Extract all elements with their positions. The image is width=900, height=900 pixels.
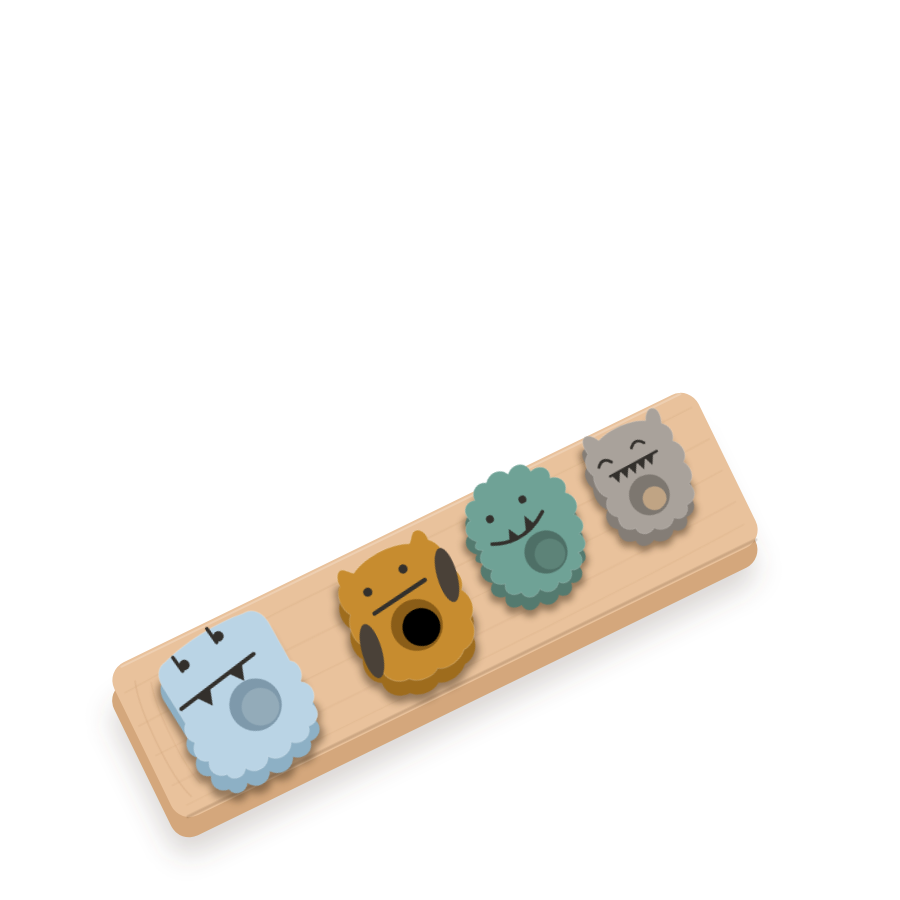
puzzle-photo-canvas: Beech wood puzzle board Blue ghost monst… <box>0 0 900 900</box>
puzzle-board: Beech wood puzzle board Blue ghost monst… <box>86 379 779 862</box>
product-photo: Beech wood puzzle board Blue ghost monst… <box>0 0 900 900</box>
